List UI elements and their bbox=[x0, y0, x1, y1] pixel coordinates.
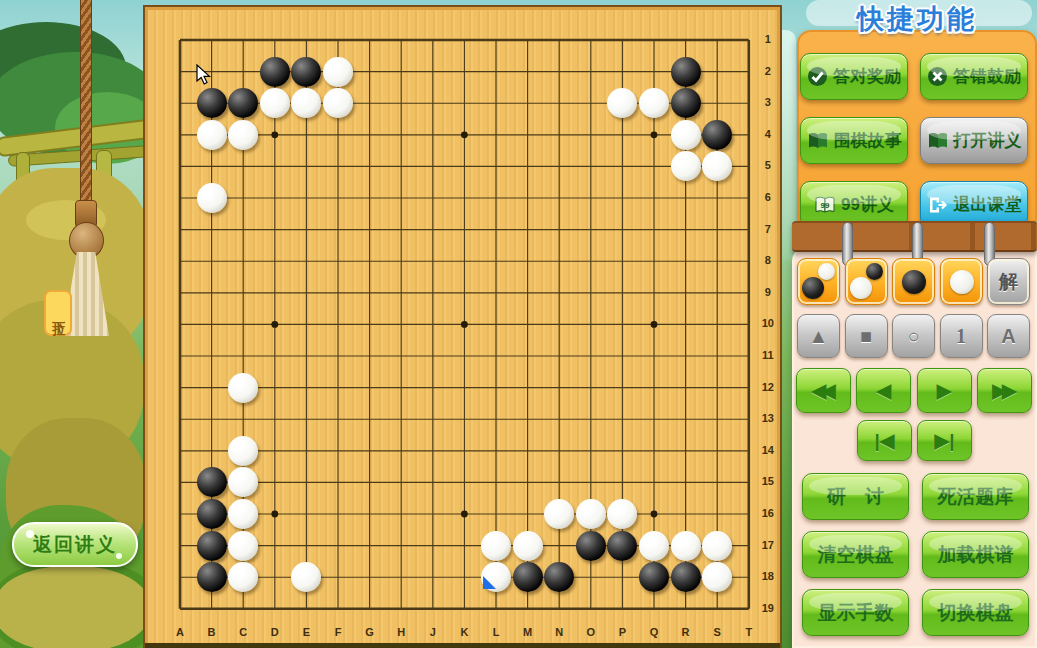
black-stone-icon bbox=[866, 263, 883, 280]
stone-white-C4[interactable] bbox=[228, 120, 258, 150]
stone-white-F2[interactable] bbox=[323, 57, 353, 87]
place-white-tool[interactable] bbox=[940, 258, 983, 305]
pull-down-tag[interactable]: 下拉 bbox=[44, 290, 72, 336]
stone-black-R18[interactable] bbox=[671, 562, 701, 592]
col-label: M bbox=[519, 626, 537, 638]
show-move-numbers-button[interactable]: 显示手数 bbox=[802, 589, 909, 636]
check-circle-icon bbox=[807, 66, 828, 87]
stone-black-E2[interactable] bbox=[291, 57, 321, 87]
load-game-record-button[interactable]: 加载棋谱 bbox=[922, 531, 1029, 578]
triangle-marker-button[interactable]: ▲ bbox=[797, 314, 840, 358]
stone-white-R17[interactable] bbox=[671, 531, 701, 561]
row-label: 19 bbox=[759, 602, 777, 614]
stone-white-S17[interactable] bbox=[702, 531, 732, 561]
col-label: R bbox=[677, 626, 695, 638]
stone-black-Q18[interactable] bbox=[639, 562, 669, 592]
step-forward-button[interactable]: ▶ bbox=[917, 368, 972, 413]
number-marker-button[interactable]: 1 bbox=[940, 314, 983, 358]
stone-white-C16[interactable] bbox=[228, 499, 258, 529]
stone-black-B18[interactable] bbox=[197, 562, 227, 592]
step-back-button[interactable]: ◀ bbox=[856, 368, 911, 413]
jump-to-end-button[interactable]: ▶| bbox=[917, 420, 972, 461]
quick-panel-title: 快捷功能 bbox=[797, 1, 1037, 37]
stone-black-D2[interactable] bbox=[260, 57, 290, 87]
col-label: S bbox=[708, 626, 726, 638]
row-label: 1 bbox=[759, 33, 777, 45]
row-label: 6 bbox=[759, 191, 777, 203]
board-grid-lines bbox=[180, 40, 749, 609]
stone-black-R3[interactable] bbox=[671, 88, 701, 118]
row-label: 15 bbox=[759, 475, 777, 487]
switch-board-button[interactable]: 切换棋盘 bbox=[922, 589, 1029, 636]
mouse-cursor bbox=[196, 64, 212, 86]
col-label: F bbox=[329, 626, 347, 638]
col-label: H bbox=[392, 626, 410, 638]
book-icon bbox=[807, 131, 829, 151]
triangle-icon: ▲ bbox=[809, 325, 829, 348]
clear-board-button[interactable]: 清空棋盘 bbox=[802, 531, 909, 578]
black-stone-icon bbox=[802, 277, 824, 299]
row-label: 2 bbox=[759, 65, 777, 77]
place-black-tool[interactable] bbox=[892, 258, 935, 305]
stone-white-M17[interactable] bbox=[513, 531, 543, 561]
correct-reward-button[interactable]: 答对奖励 bbox=[800, 53, 908, 100]
fast-rewind-button[interactable]: ◀◀ bbox=[796, 368, 851, 413]
stone-white-D3[interactable] bbox=[260, 88, 290, 118]
white-stone-icon bbox=[850, 277, 872, 299]
x-circle-icon bbox=[927, 66, 948, 87]
svg-text:99: 99 bbox=[821, 200, 830, 209]
stone-white-N16[interactable] bbox=[544, 499, 574, 529]
row-label: 13 bbox=[759, 412, 777, 424]
col-label: C bbox=[234, 626, 252, 638]
col-label: L bbox=[487, 626, 505, 638]
col-label: T bbox=[740, 626, 758, 638]
fast-forward-button[interactable]: ▶▶ bbox=[977, 368, 1032, 413]
navigation-row: ◀◀ ◀ ▶ ▶▶ bbox=[796, 368, 1032, 413]
row-label: 11 bbox=[759, 349, 777, 361]
open-lecture-button[interactable]: 打开讲义 bbox=[920, 117, 1028, 164]
white-stone-icon bbox=[818, 263, 835, 280]
row-label: 17 bbox=[759, 539, 777, 551]
row-label: 8 bbox=[759, 254, 777, 266]
button-label: 围棋故事 bbox=[834, 129, 902, 152]
col-label: P bbox=[613, 626, 631, 638]
row-label: 9 bbox=[759, 286, 777, 298]
step-back-icon: ◀ bbox=[876, 379, 891, 402]
stone-white-Q17[interactable] bbox=[639, 531, 669, 561]
pull-rope[interactable] bbox=[80, 0, 92, 218]
stone-white-C17[interactable] bbox=[228, 531, 258, 561]
square-icon: ■ bbox=[860, 325, 872, 348]
quick-button-grid: 答对奖励 答错鼓励 围棋故事 打开讲义 99 99讲义 退出课堂 bbox=[800, 53, 1028, 228]
col-label: O bbox=[582, 626, 600, 638]
go-board[interactable]: A1B2C3D4E5F6G7H8J9K10L11M12N13O14P15Q16R… bbox=[143, 5, 782, 648]
stone-black-B17[interactable] bbox=[197, 531, 227, 561]
letter-icon: A bbox=[1001, 325, 1015, 348]
col-label: A bbox=[171, 626, 189, 638]
life-death-problems-button[interactable]: 死活题库 bbox=[922, 473, 1029, 520]
research-button[interactable]: 研 讨 bbox=[802, 473, 909, 520]
step-forward-icon: ▶ bbox=[937, 379, 952, 402]
fast-forward-icon: ▶▶ bbox=[992, 379, 1016, 402]
stone-black-R2[interactable] bbox=[671, 57, 701, 87]
col-label: N bbox=[550, 626, 568, 638]
row-label: 16 bbox=[759, 507, 777, 519]
col-label: E bbox=[297, 626, 315, 638]
stone-black-B16[interactable] bbox=[197, 499, 227, 529]
jump-row: |◀ ▶| bbox=[857, 420, 972, 461]
stone-white-R4[interactable] bbox=[671, 120, 701, 150]
letter-marker-button[interactable]: A bbox=[987, 314, 1030, 358]
col-label: Q bbox=[645, 626, 663, 638]
stone-black-S4[interactable] bbox=[702, 120, 732, 150]
circle-icon: ○ bbox=[907, 325, 919, 348]
row-label: 7 bbox=[759, 223, 777, 235]
go-story-button[interactable]: 围棋故事 bbox=[800, 117, 908, 164]
marker-tool-row: ▲ ■ ○ 1 A bbox=[797, 314, 1030, 358]
col-label: G bbox=[361, 626, 379, 638]
col-label: K bbox=[455, 626, 473, 638]
col-label: B bbox=[203, 626, 221, 638]
stone-black-B3[interactable] bbox=[197, 88, 227, 118]
stone-black-M18[interactable] bbox=[513, 562, 543, 592]
stone-white-C14[interactable] bbox=[228, 436, 258, 466]
col-label: D bbox=[266, 626, 284, 638]
stone-tool-row: 解 bbox=[797, 258, 1030, 305]
row-label: 14 bbox=[759, 444, 777, 456]
circle-marker-button[interactable]: ○ bbox=[892, 314, 935, 358]
row-label: 12 bbox=[759, 381, 777, 393]
return-to-lecture-button[interactable]: 返回讲义 bbox=[12, 522, 138, 567]
button-label: 99讲义 bbox=[841, 193, 894, 216]
number-icon: 1 bbox=[956, 325, 966, 348]
stone-white-F3[interactable] bbox=[323, 88, 353, 118]
stone-slab bbox=[0, 566, 150, 648]
black-stone-icon bbox=[902, 270, 926, 294]
exit-door-icon bbox=[927, 195, 949, 215]
stone-white-B6[interactable] bbox=[197, 183, 227, 213]
stone-black-O17[interactable] bbox=[576, 531, 606, 561]
button-label: 打开讲义 bbox=[954, 129, 1022, 152]
button-label: 答错鼓励 bbox=[953, 65, 1021, 88]
row-label: 4 bbox=[759, 128, 777, 140]
wrong-encourage-button[interactable]: 答错鼓励 bbox=[920, 53, 1028, 100]
solve-button[interactable]: 解 bbox=[987, 258, 1030, 305]
stone-white-Q3[interactable] bbox=[639, 88, 669, 118]
row-label: 10 bbox=[759, 317, 777, 329]
stone-white-L17[interactable] bbox=[481, 531, 511, 561]
stone-white-O16[interactable] bbox=[576, 499, 606, 529]
square-marker-button[interactable]: ■ bbox=[845, 314, 888, 358]
book-99-icon: 99 bbox=[814, 195, 836, 215]
jump-to-start-button[interactable]: |◀ bbox=[857, 420, 912, 461]
button-label: 答对奖励 bbox=[833, 65, 901, 88]
white-stone-icon bbox=[950, 270, 974, 294]
open-book-icon bbox=[927, 131, 949, 151]
row-label: 18 bbox=[759, 570, 777, 582]
stone-white-B4[interactable] bbox=[197, 120, 227, 150]
col-label: J bbox=[424, 626, 442, 638]
jump-start-icon: |◀ bbox=[875, 429, 895, 452]
button-label: 退出课堂 bbox=[954, 193, 1022, 216]
row-label: 3 bbox=[759, 96, 777, 108]
bottom-button-grid: 研 讨 死活题库 清空棋盘 加载棋谱 显示手数 切换棋盘 bbox=[802, 473, 1029, 636]
alternate-white-first-tool[interactable] bbox=[845, 258, 888, 305]
last-move-marker bbox=[483, 576, 496, 589]
alternate-black-first-tool[interactable] bbox=[797, 258, 840, 305]
stone-black-P17[interactable] bbox=[607, 531, 637, 561]
row-label: 5 bbox=[759, 159, 777, 171]
stone-white-R5[interactable] bbox=[671, 151, 701, 181]
stone-white-C12[interactable] bbox=[228, 373, 258, 403]
stone-black-B15[interactable] bbox=[197, 467, 227, 497]
fast-rewind-icon: ◀◀ bbox=[811, 379, 835, 402]
jump-end-icon: ▶| bbox=[935, 429, 955, 452]
